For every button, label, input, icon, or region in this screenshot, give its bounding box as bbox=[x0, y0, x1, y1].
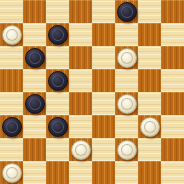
square-d5[interactable] bbox=[69, 69, 92, 92]
square-f2[interactable] bbox=[115, 138, 138, 161]
square-f1[interactable] bbox=[115, 161, 138, 184]
square-e4[interactable] bbox=[92, 92, 115, 115]
square-h4[interactable] bbox=[161, 92, 184, 115]
square-g2[interactable] bbox=[138, 138, 161, 161]
square-h5[interactable] bbox=[161, 69, 184, 92]
square-f6[interactable] bbox=[115, 46, 138, 69]
square-b1[interactable] bbox=[23, 161, 46, 184]
black-piece-b6[interactable] bbox=[25, 48, 45, 68]
square-f7[interactable] bbox=[115, 23, 138, 46]
square-a5[interactable] bbox=[0, 69, 23, 92]
square-c5[interactable] bbox=[46, 69, 69, 92]
white-piece-a7[interactable] bbox=[2, 25, 22, 45]
square-b6[interactable] bbox=[23, 46, 46, 69]
black-piece-b4[interactable] bbox=[25, 94, 45, 114]
square-f4[interactable] bbox=[115, 92, 138, 115]
square-g4[interactable] bbox=[138, 92, 161, 115]
square-d1[interactable] bbox=[69, 161, 92, 184]
square-f8[interactable] bbox=[115, 0, 138, 23]
square-e7[interactable] bbox=[92, 23, 115, 46]
square-d4[interactable] bbox=[69, 92, 92, 115]
square-e6[interactable] bbox=[92, 46, 115, 69]
square-a7[interactable] bbox=[0, 23, 23, 46]
square-c4[interactable] bbox=[46, 92, 69, 115]
square-h8[interactable] bbox=[161, 0, 184, 23]
black-piece-c7[interactable] bbox=[48, 25, 68, 45]
square-f3[interactable] bbox=[115, 115, 138, 138]
square-b4[interactable] bbox=[23, 92, 46, 115]
square-g3[interactable] bbox=[138, 115, 161, 138]
square-g6[interactable] bbox=[138, 46, 161, 69]
square-d6[interactable] bbox=[69, 46, 92, 69]
square-g5[interactable] bbox=[138, 69, 161, 92]
square-a8[interactable] bbox=[0, 0, 23, 23]
square-a3[interactable] bbox=[0, 115, 23, 138]
black-piece-a3[interactable] bbox=[2, 117, 22, 137]
square-h1[interactable] bbox=[161, 161, 184, 184]
square-b7[interactable] bbox=[23, 23, 46, 46]
square-e2[interactable] bbox=[92, 138, 115, 161]
square-e1[interactable] bbox=[92, 161, 115, 184]
square-c8[interactable] bbox=[46, 0, 69, 23]
square-h2[interactable] bbox=[161, 138, 184, 161]
white-piece-f6[interactable] bbox=[117, 48, 137, 68]
black-piece-f8[interactable] bbox=[117, 2, 137, 22]
black-piece-c5[interactable] bbox=[48, 71, 68, 91]
square-g7[interactable] bbox=[138, 23, 161, 46]
square-b5[interactable] bbox=[23, 69, 46, 92]
square-h7[interactable] bbox=[161, 23, 184, 46]
white-piece-d2[interactable] bbox=[71, 140, 91, 160]
square-d8[interactable] bbox=[69, 0, 92, 23]
square-h3[interactable] bbox=[161, 115, 184, 138]
square-a2[interactable] bbox=[0, 138, 23, 161]
square-e8[interactable] bbox=[92, 0, 115, 23]
square-d7[interactable] bbox=[69, 23, 92, 46]
black-piece-c3[interactable] bbox=[48, 117, 68, 137]
square-b3[interactable] bbox=[23, 115, 46, 138]
square-e5[interactable] bbox=[92, 69, 115, 92]
square-b2[interactable] bbox=[23, 138, 46, 161]
white-piece-a1[interactable] bbox=[2, 163, 22, 183]
square-f5[interactable] bbox=[115, 69, 138, 92]
square-b8[interactable] bbox=[23, 0, 46, 23]
square-a6[interactable] bbox=[0, 46, 23, 69]
checkers-board bbox=[0, 0, 184, 184]
square-c6[interactable] bbox=[46, 46, 69, 69]
white-piece-f4[interactable] bbox=[117, 94, 137, 114]
square-e3[interactable] bbox=[92, 115, 115, 138]
square-h6[interactable] bbox=[161, 46, 184, 69]
square-d2[interactable] bbox=[69, 138, 92, 161]
square-g8[interactable] bbox=[138, 0, 161, 23]
square-c2[interactable] bbox=[46, 138, 69, 161]
square-c1[interactable] bbox=[46, 161, 69, 184]
square-a4[interactable] bbox=[0, 92, 23, 115]
square-d3[interactable] bbox=[69, 115, 92, 138]
square-c7[interactable] bbox=[46, 23, 69, 46]
white-piece-f2[interactable] bbox=[117, 140, 137, 160]
square-a1[interactable] bbox=[0, 161, 23, 184]
white-piece-g3[interactable] bbox=[140, 117, 160, 137]
square-c3[interactable] bbox=[46, 115, 69, 138]
square-g1[interactable] bbox=[138, 161, 161, 184]
